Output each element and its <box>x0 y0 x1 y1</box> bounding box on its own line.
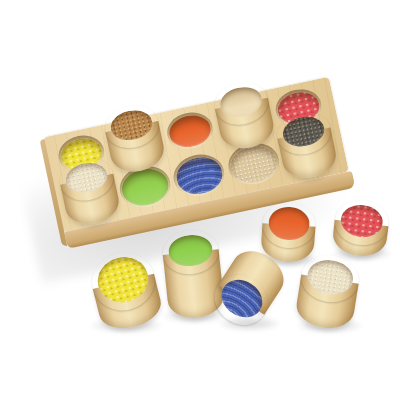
texture-face-red-knit <box>339 203 385 240</box>
slot-r1-c0 <box>58 169 122 227</box>
texture-face-cream-sand <box>63 160 110 197</box>
texture-face-yellow-knit <box>93 252 153 308</box>
texture-face-orange-smooth <box>267 206 310 242</box>
photo-stage <box>0 0 400 400</box>
cup-brown-sandpaper[interactable] <box>101 101 168 177</box>
recess <box>170 150 228 201</box>
piece-cream-sand[interactable] <box>294 251 363 332</box>
slot-r1-c2 <box>167 146 231 204</box>
insert-blue-waves[interactable] <box>173 154 226 198</box>
recess <box>164 109 216 154</box>
insert-orange-smooth[interactable] <box>166 112 214 151</box>
texture-face-green-smooth <box>167 233 214 268</box>
texture-face-plain-wood <box>217 84 264 121</box>
slot-r1-c4 <box>276 123 340 181</box>
cup-plain-wood[interactable] <box>210 77 277 153</box>
texture-face-cream-sand <box>305 257 356 298</box>
piece-red-knit[interactable] <box>331 197 391 259</box>
texture-face-brown-sandpaper <box>108 107 155 144</box>
texture-face-gray-sandpaper <box>280 113 327 150</box>
cup-gray-sandpaper[interactable] <box>273 107 340 183</box>
slot-r0-c3 <box>213 93 276 146</box>
slot-r0-c1 <box>104 116 167 169</box>
